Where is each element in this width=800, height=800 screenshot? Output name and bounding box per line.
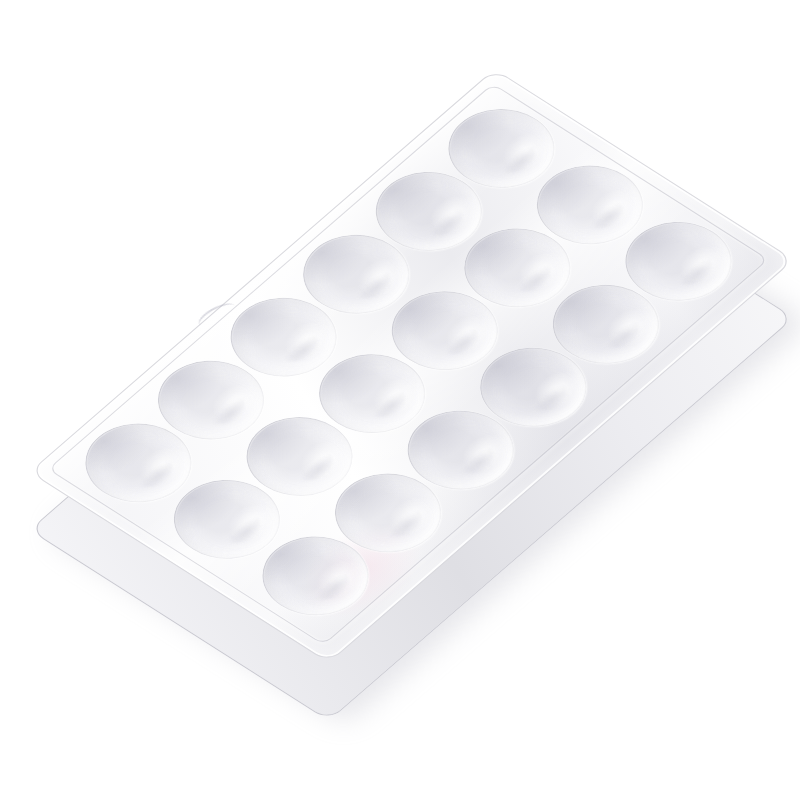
cavity-grid	[58, 89, 758, 635]
scene-background	[0, 0, 800, 800]
